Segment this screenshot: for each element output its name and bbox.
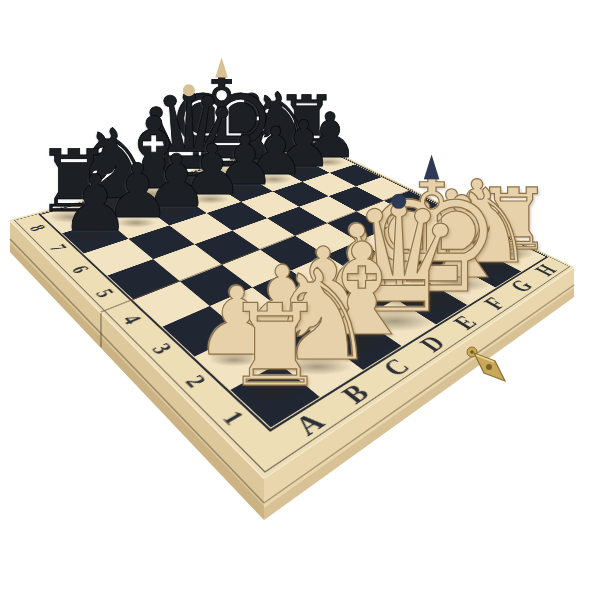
- queen-ball-finial: [183, 84, 195, 96]
- queen-ball-finial: [391, 194, 406, 209]
- clasp-pivot-pin: [470, 350, 474, 354]
- chess-set-photo: 87654321ABCDEFGH ♜♞♝♛♚♝♞♜♟♟♟♟♟♟♟♟♟♟♟♟♟♟♟…: [0, 0, 600, 600]
- piece-white-rook-a1[interactable]: ♜: [224, 290, 325, 403]
- piece-black-pawn-a7[interactable]: ♟: [61, 165, 131, 243]
- clasp-hole: [486, 364, 492, 370]
